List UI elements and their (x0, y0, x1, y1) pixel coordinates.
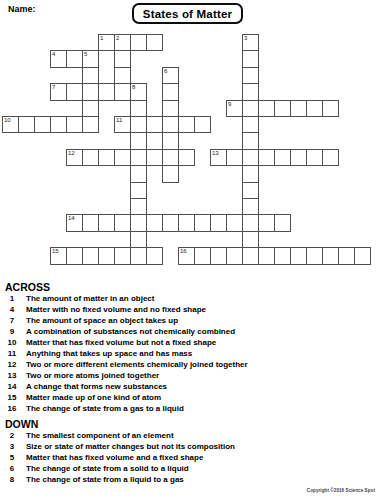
clue-number: 7 (52, 84, 55, 90)
grid-cell[interactable] (242, 50, 259, 67)
grid-cell[interactable]: 12 (66, 149, 83, 166)
grid-cell[interactable] (242, 214, 259, 231)
grid-cell[interactable] (258, 149, 275, 166)
clue-list-number: 2 (5, 430, 19, 441)
grid-cell[interactable] (274, 100, 291, 117)
clue-number: 16 (180, 248, 187, 254)
clue-list-number: 3 (5, 441, 19, 452)
clue-list-text: The amount of matter in an object (19, 293, 377, 304)
down-header: DOWN (5, 418, 377, 430)
grid-cell[interactable] (130, 231, 147, 248)
grid-cell[interactable] (242, 198, 259, 215)
grid-cell[interactable] (178, 116, 195, 133)
clue-list-number: 9 (5, 326, 19, 337)
grid-cell[interactable] (34, 116, 51, 133)
grid-cell[interactable] (66, 83, 83, 100)
page-title: States of Matter (143, 8, 232, 20)
clue-list-number: 15 (5, 392, 19, 403)
title-box: States of Matter (132, 3, 243, 24)
grid-cell[interactable] (66, 247, 83, 264)
grid-cell[interactable] (82, 67, 99, 84)
grid-cell[interactable] (66, 116, 83, 133)
down-clues: 2The smallest component of an element3Si… (5, 430, 377, 485)
grid-cell[interactable] (274, 149, 291, 166)
grid-cell[interactable]: 13 (210, 149, 227, 166)
clue-number: 5 (84, 51, 87, 57)
grid-cell[interactable] (242, 100, 259, 117)
grid-cell[interactable] (18, 116, 35, 133)
grid-cell[interactable] (130, 116, 147, 133)
grid-cell[interactable] (306, 149, 323, 166)
grid-cell[interactable] (258, 247, 275, 264)
grid-cell[interactable]: 11 (114, 116, 131, 133)
crossword-grid: 12345678910111213141516 (2, 34, 372, 265)
clue-row: 14A change that forms new substances (5, 381, 377, 392)
clue-row: 2The smallest component of an element (5, 430, 377, 441)
clue-list-number: 16 (5, 403, 19, 414)
grid-cell[interactable] (146, 116, 163, 133)
grid-cell[interactable] (114, 83, 131, 100)
grid-cell[interactable] (322, 247, 339, 264)
clue-number: 6 (164, 68, 167, 74)
grid-cell[interactable] (290, 100, 307, 117)
clue-number: 4 (52, 51, 55, 57)
grid-cell[interactable] (162, 165, 179, 182)
clue-row: 11Anything that takes up space and has m… (5, 348, 377, 359)
grid-cell[interactable] (146, 247, 163, 264)
grid-cell[interactable] (226, 247, 243, 264)
grid-cell[interactable] (114, 50, 131, 67)
grid-cell[interactable] (146, 34, 163, 51)
clue-list-number: 11 (5, 348, 19, 359)
clue-row: 4Matter with no fixed volume and no fixe… (5, 304, 377, 315)
grid-cell[interactable]: 16 (178, 247, 195, 264)
worksheet-page: Name: States of Matter 12345678910111213… (0, 0, 381, 500)
clue-list-text: Two or more atoms joined together (19, 370, 377, 381)
clue-number: 12 (68, 150, 75, 156)
clue-list-text: Matter that has fixed volume and a fixed… (19, 452, 377, 463)
clue-list-number: 6 (5, 463, 19, 474)
grid-cell[interactable]: 15 (50, 247, 67, 264)
clue-number: 14 (68, 215, 75, 221)
across-clues: 1The amount of matter in an object4Matte… (5, 293, 377, 414)
clue-number: 11 (116, 117, 122, 123)
clue-number: 3 (244, 35, 247, 41)
grid-cell[interactable] (242, 83, 259, 100)
grid-cell[interactable]: 2 (114, 34, 131, 51)
grid-cell[interactable] (226, 214, 243, 231)
clue-row: 3Size or state of matter changes but not… (5, 441, 377, 452)
grid-cell[interactable] (82, 116, 99, 133)
clue-list-number: 12 (5, 359, 19, 370)
grid-cell[interactable]: 7 (50, 83, 67, 100)
clue-row: 16The change of state from a gas to a li… (5, 403, 377, 414)
clue-list-number: 10 (5, 337, 19, 348)
grid-cell[interactable] (130, 214, 147, 231)
grid-cell[interactable] (210, 214, 227, 231)
grid-cell[interactable] (194, 214, 211, 231)
grid-cell[interactable] (98, 83, 115, 100)
grid-cell[interactable]: 6 (162, 67, 179, 84)
grid-cell[interactable] (130, 132, 147, 149)
grid-cell[interactable] (242, 67, 259, 84)
grid-cell[interactable] (226, 149, 243, 166)
clue-row: 1The amount of matter in an object (5, 293, 377, 304)
grid-cell[interactable] (114, 247, 131, 264)
clue-list-text: The smallest component of an element (19, 430, 377, 441)
grid-cell[interactable] (66, 50, 83, 67)
grid-cell[interactable] (274, 247, 291, 264)
grid-cell[interactable] (322, 100, 339, 117)
clue-list-text: Matter made up of one kind of atom (19, 392, 377, 403)
grid-cell[interactable] (82, 247, 99, 264)
grid-cell[interactable] (306, 100, 323, 117)
clue-list-text: The amount of space an object takes up (19, 315, 377, 326)
clue-list-text: The change of state from a solid to a li… (19, 463, 377, 474)
grid-cell[interactable] (338, 247, 355, 264)
grid-cell[interactable] (50, 116, 67, 133)
clue-row: 8The change of state from a liquid to a … (5, 474, 377, 485)
grid-cell[interactable] (162, 149, 179, 166)
grid-cell[interactable]: 3 (242, 34, 259, 51)
grid-cell[interactable] (210, 247, 227, 264)
clue-list-number: 13 (5, 370, 19, 381)
grid-cell[interactable] (162, 214, 179, 231)
clue-list-text: The change of state from a gas to a liqu… (19, 403, 377, 414)
clue-row: 13Two or more atoms joined together (5, 370, 377, 381)
grid-cell[interactable]: 9 (226, 100, 243, 117)
grid-cell[interactable] (194, 116, 211, 133)
clue-list-text: Anything that takes up space and has mas… (19, 348, 377, 359)
clue-list-number: 14 (5, 381, 19, 392)
grid-cell[interactable] (178, 149, 195, 166)
grid-cell[interactable] (242, 231, 259, 248)
grid-cell[interactable]: 4 (50, 50, 67, 67)
grid-cell[interactable] (290, 247, 307, 264)
clue-row: 6The change of state from a solid to a l… (5, 463, 377, 474)
grid-cell[interactable] (354, 247, 371, 264)
clue-list-text: The change of state from a liquid to a g… (19, 474, 377, 485)
grid-cell[interactable] (82, 100, 99, 117)
clue-row: 10Matter that has fixed volume but not a… (5, 337, 377, 348)
name-label: Name: (8, 4, 36, 14)
grid-cell[interactable] (242, 149, 259, 166)
grid-cell[interactable] (114, 214, 131, 231)
grid-cell[interactable] (178, 214, 195, 231)
grid-cell[interactable] (146, 149, 163, 166)
grid-cell[interactable] (130, 198, 147, 215)
grid-cell[interactable] (162, 83, 179, 100)
clues-section: ACROSS 1The amount of matter in an objec… (5, 281, 377, 485)
clue-list-text: Size or state of matter changes but not … (19, 441, 377, 452)
grid-cell[interactable] (242, 132, 259, 149)
clue-number: 13 (212, 150, 219, 156)
grid-cell[interactable] (114, 149, 131, 166)
clue-list-number: 8 (5, 474, 19, 485)
grid-cell[interactable]: 1 (98, 34, 115, 51)
grid-cell[interactable]: 14 (66, 214, 83, 231)
grid-cell[interactable]: 8 (130, 83, 147, 100)
across-header: ACROSS (5, 281, 377, 293)
grid-cell[interactable] (130, 247, 147, 264)
grid-cell[interactable]: 10 (2, 116, 19, 133)
grid-cell[interactable] (258, 214, 275, 231)
clue-number: 1 (100, 35, 103, 41)
grid-cell[interactable] (258, 100, 275, 117)
clue-number: 9 (228, 101, 231, 107)
clue-list-number: 5 (5, 452, 19, 463)
clue-row: 7The amount of space an object takes up (5, 315, 377, 326)
clue-list-text: Matter with no fixed volume and no fixed… (19, 304, 377, 315)
grid-cell[interactable] (98, 247, 115, 264)
grid-cell[interactable] (82, 214, 99, 231)
grid-cell[interactable] (130, 165, 147, 182)
grid-cell[interactable] (146, 214, 163, 231)
grid-cell[interactable] (242, 247, 259, 264)
copyright: Copyright ©2016 Science Spot (307, 488, 375, 493)
clue-number: 15 (52, 248, 59, 254)
clue-list-text: A combination of substances not chemical… (19, 326, 377, 337)
grid-cell[interactable] (98, 214, 115, 231)
clue-row: 12Two or more different elements chemica… (5, 359, 377, 370)
grid-cell[interactable] (162, 100, 179, 117)
clue-list-number: 1 (5, 293, 19, 304)
clue-list-text: A change that forms new substances (19, 381, 377, 392)
grid-cell[interactable] (274, 214, 291, 231)
clue-row: 5Matter that has fixed volume and a fixe… (5, 452, 377, 463)
grid-cell[interactable] (162, 116, 179, 133)
grid-cell[interactable] (82, 83, 99, 100)
grid-cell[interactable] (322, 149, 339, 166)
grid-cell[interactable]: 5 (82, 50, 99, 67)
grid-cell[interactable] (306, 247, 323, 264)
clue-number: 8 (132, 84, 135, 90)
grid-cell[interactable] (194, 247, 211, 264)
clue-number: 2 (116, 35, 119, 41)
grid-cell[interactable] (130, 182, 147, 199)
clue-list-number: 4 (5, 304, 19, 315)
grid-cell[interactable] (162, 132, 179, 149)
grid-cell[interactable] (242, 165, 259, 182)
clue-row: 9A combination of substances not chemica… (5, 326, 377, 337)
clue-list-text: Matter that has fixed volume but not a f… (19, 337, 377, 348)
grid-cell[interactable] (82, 149, 99, 166)
grid-cell[interactable] (114, 67, 131, 84)
clue-number: 10 (4, 117, 11, 123)
grid-cell[interactable] (130, 100, 147, 117)
grid-cell[interactable] (130, 34, 147, 51)
clue-row: 15Matter made up of one kind of atom (5, 392, 377, 403)
grid-cell[interactable] (130, 149, 147, 166)
clue-list-number: 7 (5, 315, 19, 326)
clue-list-text: Two or more different elements chemicall… (19, 359, 377, 370)
grid-cell[interactable] (290, 149, 307, 166)
grid-cell[interactable] (242, 182, 259, 199)
grid-cell[interactable] (242, 116, 259, 133)
grid-cell[interactable] (98, 149, 115, 166)
